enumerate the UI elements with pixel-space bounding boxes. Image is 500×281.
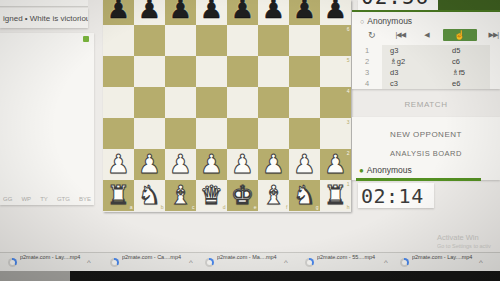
square-e4[interactable] [227, 87, 258, 118]
square-c4[interactable] [165, 87, 196, 118]
rank-coordinate: 7 [347, 0, 350, 1]
online-status-icon: ● [359, 166, 364, 175]
chat-preset-ty[interactable]: TY [40, 196, 48, 202]
download-title: p2mate.com - Ma....mp4 [217, 254, 277, 260]
white-pawn[interactable]: ♟ [165, 149, 196, 180]
rank-coordinate: 5 [347, 58, 350, 63]
move-nav-bar: ↻ |◀◀ ◀ ☝ ▶▶| [352, 28, 500, 42]
square-f2[interactable]: ♟ [258, 149, 289, 180]
square-a3[interactable] [103, 118, 134, 149]
white-pawn[interactable]: ♟ [258, 149, 289, 180]
move-number: 3 [352, 67, 382, 78]
activate-windows-watermark: Activate Win [437, 233, 479, 242]
square-b3[interactable] [134, 118, 165, 149]
download-title: p2mate.com - Lay....mp4 [20, 254, 80, 260]
rank-coordinate: 6 [347, 27, 350, 32]
game-controls-card: ○Anonymous ↻ |◀◀ ◀ ☝ ▶▶| 1 g3 d5 2 ♗g2 c… [352, 12, 500, 89]
chat-preset-gtg[interactable]: GTG [57, 196, 70, 202]
square-g4[interactable] [289, 87, 320, 118]
square-f5[interactable] [258, 56, 289, 87]
game-result-card: igned • White is victorious [0, 8, 88, 28]
top-clock-card: 02:56 [358, 0, 438, 10]
download-item[interactable]: p2mate.com - Ca....mp4 3.2/153 MB, 29 mi… [110, 255, 193, 270]
square-d6[interactable] [196, 25, 227, 56]
move-black[interactable]: d5 [434, 45, 490, 56]
square-f4[interactable] [258, 87, 289, 118]
rank-coordinate: 1 [347, 182, 350, 187]
bottom-player-row: ●Anonymous [352, 165, 500, 175]
caret-icon[interactable]: ^ [284, 259, 288, 267]
chat-preset-row: GG WP TY GTG BYE [3, 196, 91, 202]
file-coordinate: d [223, 205, 226, 210]
nav-first-button[interactable]: |◀◀ [396, 31, 406, 39]
offline-status-icon: ○ [360, 18, 364, 25]
square-d1[interactable]: d♛ [196, 180, 227, 211]
square-d7[interactable]: ♟ [196, 0, 227, 25]
square-a2[interactable]: ♟ [103, 149, 134, 180]
download-progress-icon [205, 258, 214, 267]
square-g1[interactable]: g♞ [289, 180, 320, 211]
white-pawn[interactable]: ♟ [289, 149, 320, 180]
square-c3[interactable] [165, 118, 196, 149]
square-d5[interactable] [196, 56, 227, 87]
bottom-clock: 02:14 [358, 183, 434, 209]
download-progress-icon [305, 258, 314, 267]
game-result-text: igned • White is victorious [0, 8, 88, 23]
square-h7[interactable]: 7♟ [320, 0, 351, 25]
square-c1[interactable]: c♝ [165, 180, 196, 211]
left-top-card-edge [0, 0, 88, 7]
caret-icon[interactable]: ^ [384, 259, 388, 267]
post-game-actions-card: NEW OPPONENT ANALYSIS BOARD ●Anonymous [352, 117, 500, 180]
square-b1[interactable]: b♞ [134, 180, 165, 211]
file-coordinate: h [347, 205, 350, 210]
file-coordinate: b [161, 205, 164, 210]
rank-coordinate: 2 [347, 151, 350, 156]
square-b5[interactable] [134, 56, 165, 87]
move-white[interactable]: ♗g2 [382, 56, 434, 67]
black-pawn[interactable]: ♟ [320, 0, 351, 25]
square-e2[interactable]: ♟ [227, 149, 258, 180]
bottom-clock-card: 02:14 [358, 183, 434, 208]
move-black[interactable]: ♗f5 [434, 67, 490, 78]
file-coordinate: c [192, 205, 195, 210]
square-h4[interactable]: 4 [320, 87, 351, 118]
square-e7[interactable]: ♟ [227, 0, 258, 25]
bottom-player-name: Anonymous [367, 165, 412, 175]
square-h2[interactable]: 2♟ [320, 149, 351, 180]
nav-last-button[interactable]: ▶▶| [489, 31, 499, 39]
download-shelf: p2mate.com - Lay....mp4 3.6/143 MB, 5 mi… [0, 252, 500, 272]
top-clock: 02:56 [358, 0, 438, 9]
square-b2[interactable]: ♟ [134, 149, 165, 180]
caret-icon[interactable]: ^ [189, 259, 193, 267]
square-d2[interactable]: ♟ [196, 149, 227, 180]
square-c2[interactable]: ♟ [165, 149, 196, 180]
rematch-button[interactable]: REMATCH [352, 100, 500, 109]
nav-next-button[interactable]: ☝ [443, 29, 477, 41]
white-pawn[interactable]: ♟ [134, 149, 165, 180]
chat-preset-gg[interactable]: GG [3, 196, 12, 202]
download-item[interactable]: p2mate.com - 55....mp4 14/223 MB, 45 min… [305, 255, 388, 270]
square-h1[interactable]: 1h♜ [320, 180, 351, 211]
square-d3[interactable] [196, 118, 227, 149]
black-pawn[interactable]: ♟ [165, 0, 196, 25]
download-progress-icon [400, 258, 409, 267]
nav-prev-button[interactable]: ◀ [424, 31, 429, 39]
move-list: 1 g3 d5 2 ♗g2 c6 3 d3 ♗f5 4 c3 e6 [352, 45, 500, 89]
square-a6[interactable] [103, 25, 134, 56]
square-a5[interactable] [103, 56, 134, 87]
move-number: 4 [352, 78, 382, 89]
square-e6[interactable] [227, 25, 258, 56]
move-number: 1 [352, 45, 382, 56]
file-coordinate: e [254, 205, 257, 210]
download-progress-icon [110, 258, 119, 267]
white-pawn[interactable]: ♟ [227, 149, 258, 180]
square-h5[interactable]: 5 [320, 56, 351, 87]
square-b7[interactable]: ♟ [134, 0, 165, 25]
black-pawn[interactable]: ♟ [227, 0, 258, 25]
move-white[interactable]: d3 [382, 67, 434, 78]
white-pawn[interactable]: ♟ [196, 149, 227, 180]
black-pawn[interactable]: ♟ [289, 0, 320, 25]
square-g3[interactable] [289, 118, 320, 149]
caret-icon[interactable]: ^ [87, 259, 91, 267]
square-b4[interactable] [134, 87, 165, 118]
square-f7[interactable]: ♟ [258, 0, 289, 25]
square-e5[interactable] [227, 56, 258, 87]
square-d4[interactable] [196, 87, 227, 118]
square-f6[interactable] [258, 25, 289, 56]
square-c5[interactable] [165, 56, 196, 87]
screen-bezel-bar [0, 271, 500, 281]
download-item[interactable]: p2mate.com - Lay....mp4 3.6/143 MB, 5 mi… [8, 255, 91, 270]
move-white[interactable]: g3 [382, 45, 434, 56]
flip-board-icon[interactable]: ↻ [368, 30, 376, 40]
square-g5[interactable] [289, 56, 320, 87]
file-coordinate: g [316, 205, 319, 210]
download-title: p2mate.com - 55....mp4 [317, 254, 375, 260]
move-white[interactable]: c3 [382, 78, 434, 89]
move-black[interactable]: c6 [434, 56, 490, 67]
rank-coordinate: 3 [347, 120, 350, 125]
hand-cursor-icon: ☝ [454, 30, 465, 40]
square-g6[interactable] [289, 25, 320, 56]
top-player-row: ○Anonymous [352, 12, 500, 26]
screen-bezel-bar-left [0, 271, 70, 281]
file-coordinate: f [286, 205, 287, 210]
move-number: 2 [352, 56, 382, 67]
chat-preset-wp[interactable]: WP [21, 196, 31, 202]
rank-coordinate: 4 [347, 89, 350, 94]
square-f3[interactable] [258, 118, 289, 149]
square-b6[interactable] [134, 25, 165, 56]
square-e1[interactable]: e♚ [227, 180, 258, 211]
chess-board[interactable]: ♜♞♝♛♚♝♞8♜♟♟♟♟♟♟♟7♟6543♟♟♟♟♟♟♟2♟a♜b♞c♝d♛e… [103, 0, 351, 211]
square-c7[interactable]: ♟ [165, 0, 196, 25]
square-g7[interactable]: ♟ [289, 0, 320, 25]
chat-toggle[interactable] [83, 36, 89, 42]
bottom-player-underline [356, 178, 481, 181]
square-g2[interactable]: ♟ [289, 149, 320, 180]
board-viewport: ♜♞♝♛♚♝♞8♜♟♟♟♟♟♟♟7♟6543♟♟♟♟♟♟♟2♟a♜b♞c♝d♛e… [103, 0, 351, 212]
download-progress-icon [8, 258, 17, 267]
square-f1[interactable]: f♝ [258, 180, 289, 211]
top-player-highlight [438, 0, 500, 10]
chat-panel: GG WP TY GTG BYE [0, 33, 94, 205]
square-e3[interactable] [227, 118, 258, 149]
download-title: p2mate.com - Lay....mp4 [412, 254, 472, 260]
square-a1[interactable]: a♜ [103, 180, 134, 211]
square-h6[interactable]: 6 [320, 25, 351, 56]
caret-icon[interactable]: ^ [479, 259, 483, 267]
white-bishop[interactable]: ♝ [258, 180, 289, 211]
move-black[interactable]: e6 [434, 78, 490, 89]
white-pawn[interactable]: ♟ [103, 149, 134, 180]
download-title: p2mate.com - Ca....mp4 [122, 254, 181, 260]
square-c6[interactable] [165, 25, 196, 56]
chat-preset-bye[interactable]: BYE [79, 196, 91, 202]
square-a4[interactable] [103, 87, 134, 118]
file-coordinate: a [130, 205, 133, 210]
download-item[interactable]: p2mate.com - Lay....mp4 7.6/246 MB, 27 m… [400, 255, 483, 270]
new-opponent-button[interactable]: NEW OPPONENT [352, 130, 500, 139]
analysis-board-button[interactable]: ANALYSIS BOARD [352, 149, 500, 158]
black-pawn[interactable]: ♟ [258, 0, 289, 25]
black-pawn[interactable]: ♟ [196, 0, 227, 25]
black-pawn[interactable]: ♟ [134, 0, 165, 25]
square-h3[interactable]: 3 [320, 118, 351, 149]
download-item[interactable]: p2mate.com - Ma....mp4 5.6/207 MB, 44 mi… [205, 255, 288, 270]
black-pawn[interactable]: ♟ [103, 0, 134, 25]
top-player-name: Anonymous [367, 16, 412, 26]
square-a7[interactable]: ♟ [103, 0, 134, 25]
